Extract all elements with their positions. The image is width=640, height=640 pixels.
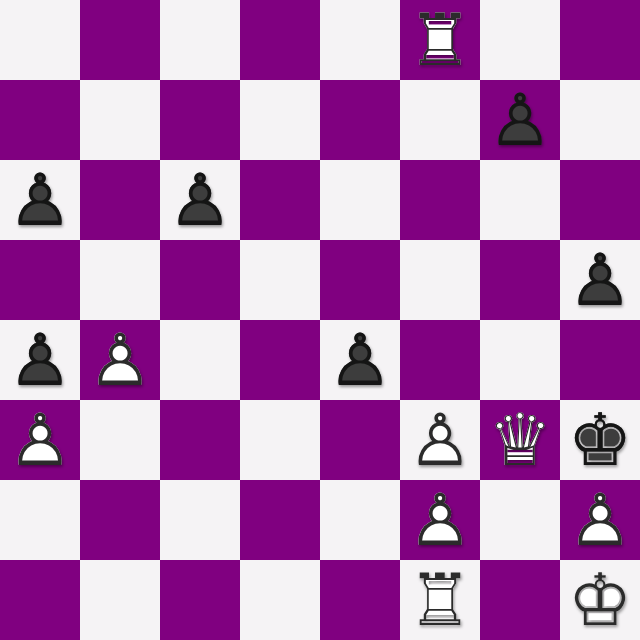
- piece-white-pawn-a3[interactable]: ♟♙: [0, 400, 80, 480]
- square-e6[interactable]: [320, 160, 400, 240]
- black-pawn-outline-glyph: ♙: [0, 320, 80, 400]
- square-g5[interactable]: [480, 240, 560, 320]
- square-b6[interactable]: [80, 160, 160, 240]
- black-pawn-outline-glyph: ♙: [160, 160, 240, 240]
- square-d5[interactable]: [240, 240, 320, 320]
- square-b1[interactable]: [80, 560, 160, 640]
- piece-black-pawn-h5[interactable]: ♟♙: [560, 240, 640, 320]
- square-a1[interactable]: [0, 560, 80, 640]
- square-d3[interactable]: [240, 400, 320, 480]
- white-rook-outline-glyph: ♖: [400, 560, 480, 640]
- piece-white-pawn-b4[interactable]: ♟♙: [80, 320, 160, 400]
- square-c4[interactable]: [160, 320, 240, 400]
- white-queen-outline-glyph: ♕: [480, 400, 560, 480]
- white-pawn-outline-glyph: ♙: [560, 480, 640, 560]
- square-h5[interactable]: ♟♙: [560, 240, 640, 320]
- square-h7[interactable]: [560, 80, 640, 160]
- square-c8[interactable]: [160, 0, 240, 80]
- square-h8[interactable]: [560, 0, 640, 80]
- square-b4[interactable]: ♟♙: [80, 320, 160, 400]
- black-king-outline-glyph: ♔: [560, 400, 640, 480]
- square-g6[interactable]: [480, 160, 560, 240]
- white-king-outline-glyph: ♔: [560, 560, 640, 640]
- square-a6[interactable]: ♟♙: [0, 160, 80, 240]
- square-e3[interactable]: [320, 400, 400, 480]
- square-g3[interactable]: ♛♕: [480, 400, 560, 480]
- square-h3[interactable]: ♚♔: [560, 400, 640, 480]
- square-f8[interactable]: ♜♖: [400, 0, 480, 80]
- square-e8[interactable]: [320, 0, 400, 80]
- piece-white-rook-f1[interactable]: ♜♖: [400, 560, 480, 640]
- square-b8[interactable]: [80, 0, 160, 80]
- square-c5[interactable]: [160, 240, 240, 320]
- square-e1[interactable]: [320, 560, 400, 640]
- square-g1[interactable]: [480, 560, 560, 640]
- square-d7[interactable]: [240, 80, 320, 160]
- square-h1[interactable]: ♚♔: [560, 560, 640, 640]
- square-c6[interactable]: ♟♙: [160, 160, 240, 240]
- white-pawn-outline-glyph: ♙: [0, 400, 80, 480]
- piece-black-pawn-e4[interactable]: ♟♙: [320, 320, 400, 400]
- square-a3[interactable]: ♟♙: [0, 400, 80, 480]
- piece-black-pawn-a4[interactable]: ♟♙: [0, 320, 80, 400]
- square-c3[interactable]: [160, 400, 240, 480]
- black-pawn-outline-glyph: ♙: [560, 240, 640, 320]
- square-g8[interactable]: [480, 0, 560, 80]
- black-pawn-outline-glyph: ♙: [320, 320, 400, 400]
- square-h4[interactable]: [560, 320, 640, 400]
- chess-board: ♜♖♟♙♟♙♟♙♟♙♟♙♟♙♟♙♟♙♟♙♛♕♚♔♟♙♟♙♜♖♚♔: [0, 0, 640, 640]
- square-b3[interactable]: [80, 400, 160, 480]
- square-g2[interactable]: [480, 480, 560, 560]
- square-b7[interactable]: [80, 80, 160, 160]
- square-a8[interactable]: [0, 0, 80, 80]
- square-c2[interactable]: [160, 480, 240, 560]
- square-e4[interactable]: ♟♙: [320, 320, 400, 400]
- square-d1[interactable]: [240, 560, 320, 640]
- square-a2[interactable]: [0, 480, 80, 560]
- square-b5[interactable]: [80, 240, 160, 320]
- piece-black-pawn-g7[interactable]: ♟♙: [480, 80, 560, 160]
- square-a5[interactable]: [0, 240, 80, 320]
- square-d8[interactable]: [240, 0, 320, 80]
- square-f7[interactable]: [400, 80, 480, 160]
- piece-white-king-h1[interactable]: ♚♔: [560, 560, 640, 640]
- white-pawn-outline-glyph: ♙: [400, 480, 480, 560]
- piece-white-pawn-f3[interactable]: ♟♙: [400, 400, 480, 480]
- piece-black-king-h3[interactable]: ♚♔: [560, 400, 640, 480]
- piece-white-queen-g3[interactable]: ♛♕: [480, 400, 560, 480]
- white-pawn-outline-glyph: ♙: [80, 320, 160, 400]
- white-rook-outline-glyph: ♖: [400, 0, 480, 80]
- square-h6[interactable]: [560, 160, 640, 240]
- square-e2[interactable]: [320, 480, 400, 560]
- square-d2[interactable]: [240, 480, 320, 560]
- piece-white-rook-f8[interactable]: ♜♖: [400, 0, 480, 80]
- square-f6[interactable]: [400, 160, 480, 240]
- black-pawn-outline-glyph: ♙: [480, 80, 560, 160]
- square-h2[interactable]: ♟♙: [560, 480, 640, 560]
- square-d6[interactable]: [240, 160, 320, 240]
- square-e5[interactable]: [320, 240, 400, 320]
- square-a4[interactable]: ♟♙: [0, 320, 80, 400]
- black-pawn-outline-glyph: ♙: [0, 160, 80, 240]
- square-f2[interactable]: ♟♙: [400, 480, 480, 560]
- piece-black-pawn-a6[interactable]: ♟♙: [0, 160, 80, 240]
- square-e7[interactable]: [320, 80, 400, 160]
- square-a7[interactable]: [0, 80, 80, 160]
- piece-white-pawn-h2[interactable]: ♟♙: [560, 480, 640, 560]
- square-f5[interactable]: [400, 240, 480, 320]
- square-g4[interactable]: [480, 320, 560, 400]
- square-b2[interactable]: [80, 480, 160, 560]
- square-f4[interactable]: [400, 320, 480, 400]
- square-c7[interactable]: [160, 80, 240, 160]
- square-c1[interactable]: [160, 560, 240, 640]
- piece-white-pawn-f2[interactable]: ♟♙: [400, 480, 480, 560]
- square-g7[interactable]: ♟♙: [480, 80, 560, 160]
- square-f1[interactable]: ♜♖: [400, 560, 480, 640]
- piece-black-pawn-c6[interactable]: ♟♙: [160, 160, 240, 240]
- square-f3[interactable]: ♟♙: [400, 400, 480, 480]
- white-pawn-outline-glyph: ♙: [400, 400, 480, 480]
- square-d4[interactable]: [240, 320, 320, 400]
